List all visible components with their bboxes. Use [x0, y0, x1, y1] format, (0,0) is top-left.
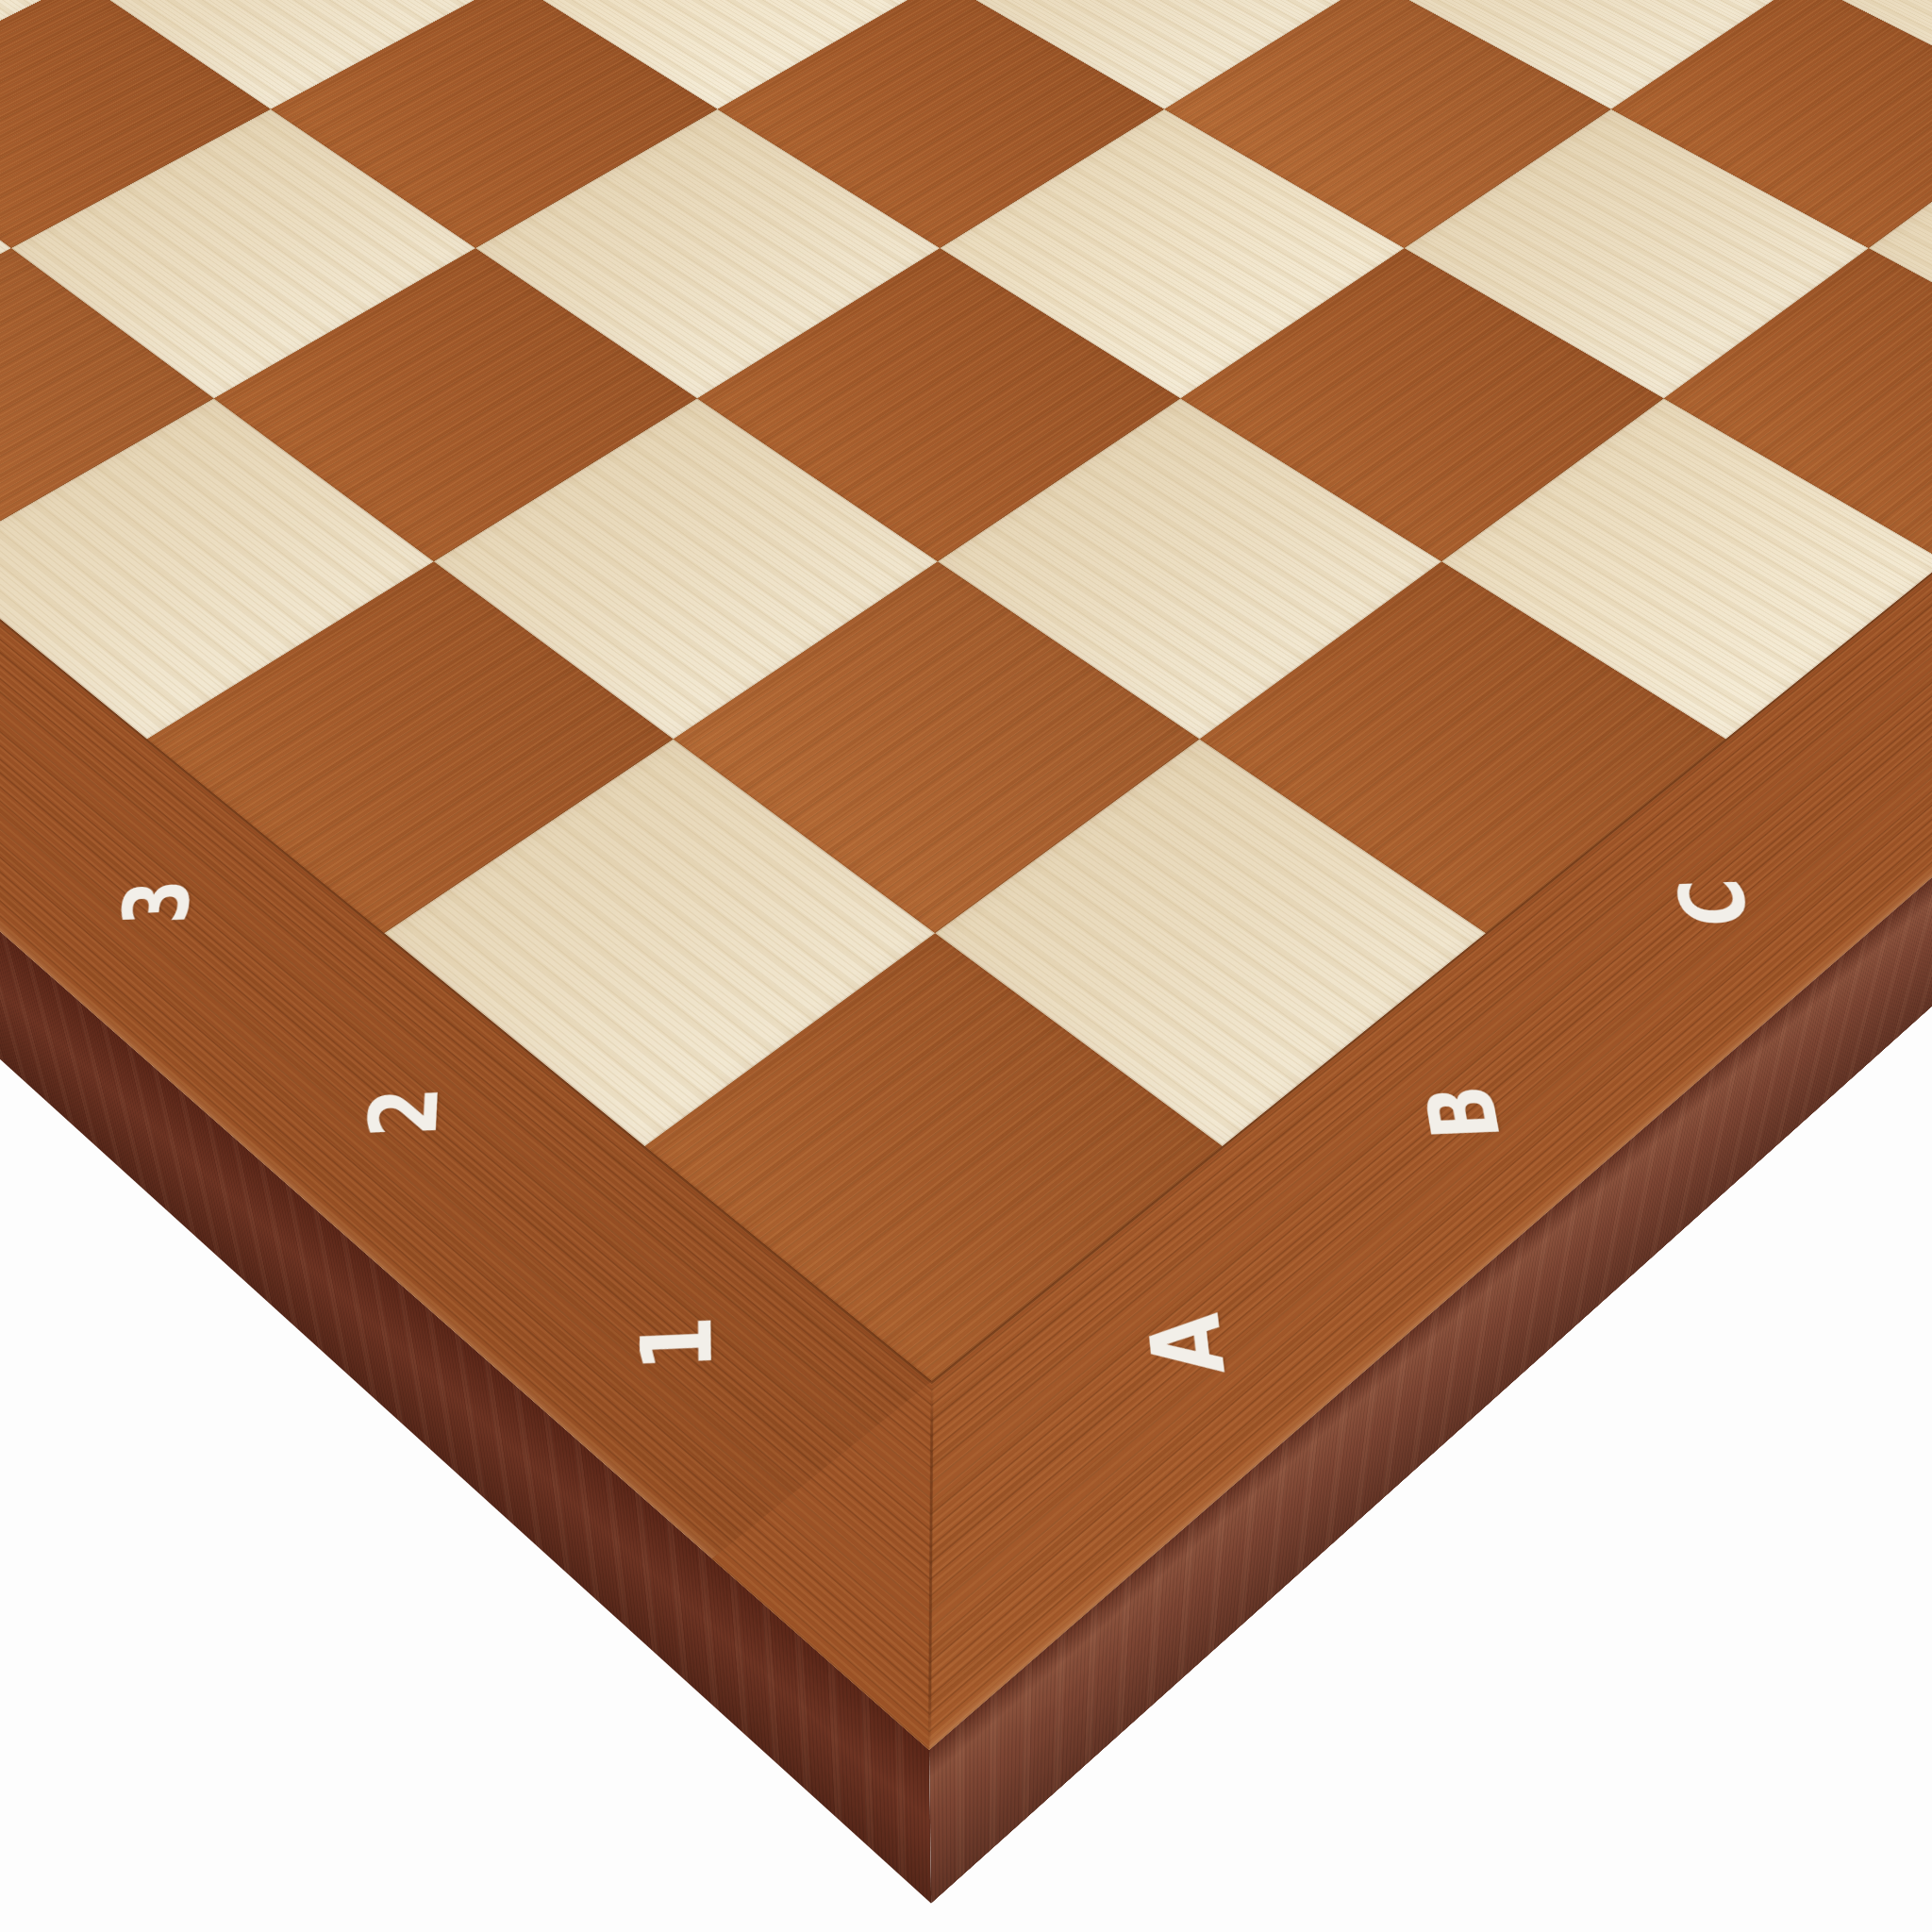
rank-label-1: 1 — [628, 1314, 726, 1373]
file-label-c: C — [1664, 877, 1763, 928]
file-label-a: A — [1136, 1311, 1240, 1376]
file-label-b: B — [1412, 1084, 1514, 1141]
rank-label-3: 3 — [109, 878, 204, 926]
chessboard: 123ABC — [0, 0, 1932, 1750]
product-photo-background: 123ABC — [0, 0, 1932, 1932]
rank-label-2: 2 — [357, 1086, 452, 1139]
